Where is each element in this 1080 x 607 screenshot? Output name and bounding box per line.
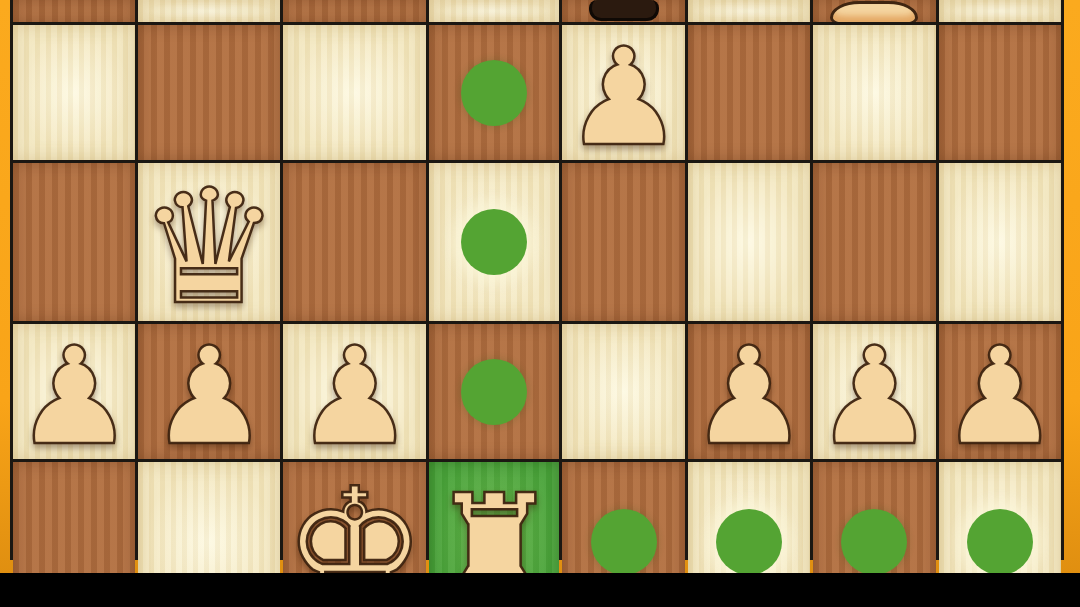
square-d2[interactable] [429, 324, 559, 459]
square-a5[interactable] [13, 0, 135, 22]
square-d5[interactable] [429, 0, 559, 22]
white-piece-partial-g5[interactable] [830, 1, 918, 22]
square-g3[interactable] [813, 163, 935, 321]
square-a2[interactable]: ♟ [13, 324, 135, 459]
square-f4[interactable] [688, 25, 810, 160]
square-d4[interactable] [429, 25, 559, 160]
legal-move-dot-d3[interactable] [461, 209, 527, 275]
square-c2[interactable]: ♟ [283, 324, 426, 459]
chess-board[interactable]: ♟♛♟♟♟♟♟♟♚♜ [10, 0, 1064, 560]
square-h4[interactable] [939, 25, 1061, 160]
square-e3[interactable] [562, 163, 684, 321]
square-g4[interactable] [813, 25, 935, 160]
white-pawn[interactable]: ♟ [814, 329, 935, 464]
white-pawn[interactable]: ♟ [563, 30, 684, 165]
square-a4[interactable] [13, 25, 135, 160]
white-queen[interactable]: ♛ [138, 168, 280, 326]
square-h3[interactable] [939, 163, 1061, 321]
legal-move-dot-g1[interactable] [841, 509, 907, 575]
white-pawn[interactable]: ♟ [939, 329, 1060, 464]
legal-move-dot-d2[interactable] [461, 359, 527, 425]
square-f3[interactable] [688, 163, 810, 321]
square-g5[interactable] [813, 0, 935, 22]
square-h2[interactable]: ♟ [939, 324, 1061, 459]
square-e4[interactable]: ♟ [562, 25, 684, 160]
white-pawn[interactable]: ♟ [689, 329, 810, 464]
square-b5[interactable] [138, 0, 280, 22]
black-piece-partial-e5[interactable] [589, 0, 659, 21]
square-b3[interactable]: ♛ [138, 163, 280, 321]
legal-move-dot-h1[interactable] [967, 509, 1033, 575]
white-pawn[interactable]: ♟ [14, 329, 135, 464]
legal-move-dot-e1[interactable] [591, 509, 657, 575]
white-pawn[interactable]: ♟ [149, 329, 270, 464]
square-c5[interactable] [283, 0, 426, 22]
square-e2[interactable] [562, 324, 684, 459]
white-pawn[interactable]: ♟ [294, 329, 415, 464]
square-f2[interactable]: ♟ [688, 324, 810, 459]
legal-move-dot-d4[interactable] [461, 60, 527, 126]
bottom-letterbox-bar [0, 573, 1080, 607]
square-d3[interactable] [429, 163, 559, 321]
square-c3[interactable] [283, 163, 426, 321]
square-h5[interactable] [939, 0, 1061, 22]
square-b4[interactable] [138, 25, 280, 160]
legal-move-dot-f1[interactable] [716, 509, 782, 575]
square-a3[interactable] [13, 163, 135, 321]
square-g2[interactable]: ♟ [813, 324, 935, 459]
square-f5[interactable] [688, 0, 810, 22]
chess-app-screen: ♟♛♟♟♟♟♟♟♚♜ [0, 0, 1080, 607]
square-c4[interactable] [283, 25, 426, 160]
square-b2[interactable]: ♟ [138, 324, 280, 459]
